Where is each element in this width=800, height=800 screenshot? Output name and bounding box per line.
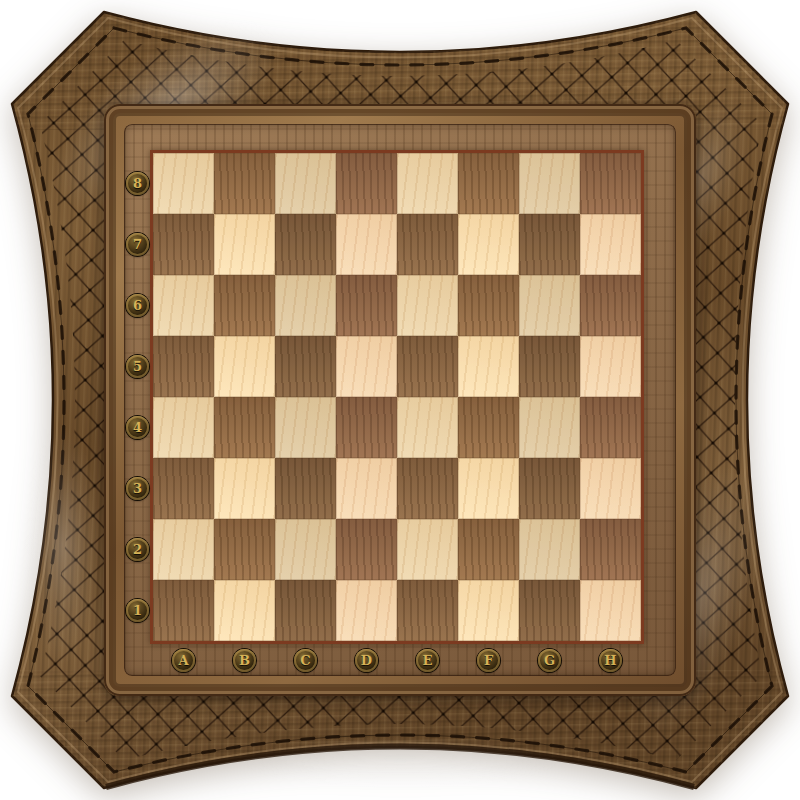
square-f1[interactable] <box>458 580 519 641</box>
square-f8[interactable] <box>458 153 519 214</box>
square-e5[interactable] <box>397 336 458 397</box>
file-label-f: F <box>477 649 500 672</box>
rank-labels: 87654321 <box>126 153 149 641</box>
rank-label-6: 6 <box>126 294 149 317</box>
square-c2[interactable] <box>275 519 336 580</box>
square-b3[interactable] <box>214 458 275 519</box>
square-d8[interactable] <box>336 153 397 214</box>
rank-label-1: 1 <box>126 599 149 622</box>
square-g7[interactable] <box>519 214 580 275</box>
file-label-b: B <box>233 649 256 672</box>
square-c1[interactable] <box>275 580 336 641</box>
square-h5[interactable] <box>580 336 641 397</box>
square-b8[interactable] <box>214 153 275 214</box>
square-g8[interactable] <box>519 153 580 214</box>
square-d7[interactable] <box>336 214 397 275</box>
square-a8[interactable] <box>153 153 214 214</box>
square-h1[interactable] <box>580 580 641 641</box>
file-label-c: C <box>294 649 317 672</box>
square-a3[interactable] <box>153 458 214 519</box>
file-label-d: D <box>355 649 378 672</box>
square-e1[interactable] <box>397 580 458 641</box>
square-c8[interactable] <box>275 153 336 214</box>
square-a5[interactable] <box>153 336 214 397</box>
square-c4[interactable] <box>275 397 336 458</box>
square-b2[interactable] <box>214 519 275 580</box>
square-d5[interactable] <box>336 336 397 397</box>
square-c7[interactable] <box>275 214 336 275</box>
square-c5[interactable] <box>275 336 336 397</box>
square-a1[interactable] <box>153 580 214 641</box>
square-b7[interactable] <box>214 214 275 275</box>
square-h3[interactable] <box>580 458 641 519</box>
square-g6[interactable] <box>519 275 580 336</box>
square-e3[interactable] <box>397 458 458 519</box>
file-label-h: H <box>599 649 622 672</box>
square-d3[interactable] <box>336 458 397 519</box>
square-e6[interactable] <box>397 275 458 336</box>
square-g1[interactable] <box>519 580 580 641</box>
square-a7[interactable] <box>153 214 214 275</box>
square-b1[interactable] <box>214 580 275 641</box>
square-d4[interactable] <box>336 397 397 458</box>
file-label-a: A <box>172 649 195 672</box>
file-label-g: G <box>538 649 561 672</box>
square-d6[interactable] <box>336 275 397 336</box>
square-a4[interactable] <box>153 397 214 458</box>
square-e8[interactable] <box>397 153 458 214</box>
playing-field <box>150 150 644 644</box>
square-e7[interactable] <box>397 214 458 275</box>
file-label-e: E <box>416 649 439 672</box>
square-c6[interactable] <box>275 275 336 336</box>
square-f4[interactable] <box>458 397 519 458</box>
chessboard: 87654321 ABCDEFGH <box>0 0 800 800</box>
square-g4[interactable] <box>519 397 580 458</box>
rank-label-3: 3 <box>126 477 149 500</box>
square-b6[interactable] <box>214 275 275 336</box>
square-f7[interactable] <box>458 214 519 275</box>
square-e2[interactable] <box>397 519 458 580</box>
square-b5[interactable] <box>214 336 275 397</box>
square-c3[interactable] <box>275 458 336 519</box>
square-f3[interactable] <box>458 458 519 519</box>
square-f6[interactable] <box>458 275 519 336</box>
square-h8[interactable] <box>580 153 641 214</box>
square-g2[interactable] <box>519 519 580 580</box>
rank-label-5: 5 <box>126 355 149 378</box>
rank-label-8: 8 <box>126 172 149 195</box>
square-a6[interactable] <box>153 275 214 336</box>
board-grid <box>153 153 641 641</box>
square-h4[interactable] <box>580 397 641 458</box>
file-labels: ABCDEFGH <box>153 649 641 672</box>
square-f5[interactable] <box>458 336 519 397</box>
square-g5[interactable] <box>519 336 580 397</box>
square-f2[interactable] <box>458 519 519 580</box>
square-h2[interactable] <box>580 519 641 580</box>
square-b4[interactable] <box>214 397 275 458</box>
square-h7[interactable] <box>580 214 641 275</box>
square-d2[interactable] <box>336 519 397 580</box>
square-e4[interactable] <box>397 397 458 458</box>
square-g3[interactable] <box>519 458 580 519</box>
square-a2[interactable] <box>153 519 214 580</box>
rank-label-2: 2 <box>126 538 149 561</box>
rank-label-7: 7 <box>126 233 149 256</box>
rank-label-4: 4 <box>126 416 149 439</box>
square-d1[interactable] <box>336 580 397 641</box>
square-h6[interactable] <box>580 275 641 336</box>
